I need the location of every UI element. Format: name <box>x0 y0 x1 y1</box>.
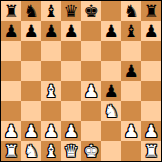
square-f8[interactable] <box>101 1 121 21</box>
piece-black-rook[interactable]: ♜ <box>3 1 18 21</box>
piece-black-rook[interactable]: ♜ <box>143 1 158 21</box>
square-g1[interactable] <box>121 141 141 161</box>
piece-white-pawn[interactable]: ♟ <box>143 121 158 141</box>
square-b6[interactable] <box>21 41 41 61</box>
square-c2[interactable]: ♟ <box>41 121 61 141</box>
piece-black-pawn[interactable]: ♟ <box>103 21 118 41</box>
square-c3[interactable] <box>41 101 61 121</box>
square-a4[interactable] <box>1 81 21 101</box>
square-h3[interactable] <box>141 101 161 121</box>
piece-white-king[interactable]: ♚ <box>83 141 98 161</box>
square-h4[interactable] <box>141 81 161 101</box>
square-h1[interactable]: ♜ <box>141 141 161 161</box>
piece-black-pawn[interactable]: ♟ <box>143 21 158 41</box>
piece-black-knight[interactable]: ♞ <box>123 1 138 21</box>
piece-black-pawn[interactable]: ♟ <box>23 21 38 41</box>
square-b4[interactable] <box>21 81 41 101</box>
square-a1[interactable]: ♜ <box>1 141 21 161</box>
square-b2[interactable]: ♟ <box>21 121 41 141</box>
square-d4[interactable] <box>61 81 81 101</box>
square-b7[interactable]: ♟ <box>21 21 41 41</box>
square-f4[interactable]: ♟ <box>101 81 121 101</box>
square-f2[interactable] <box>101 121 121 141</box>
piece-white-queen[interactable]: ♛ <box>63 141 78 161</box>
square-c7[interactable]: ♟ <box>41 21 61 41</box>
square-h8[interactable]: ♜ <box>141 1 161 21</box>
square-a5[interactable] <box>1 61 21 81</box>
square-e4[interactable]: ♟ <box>81 81 101 101</box>
piece-black-pawn[interactable]: ♟ <box>103 81 118 101</box>
chess-board: ♜♞♝♛♚♞♜♟♟♟♟♟♝♟♟♝♟♟♞♟♟♟♟♟♟♜♞♝♛♚♜ <box>1 1 161 161</box>
square-e3[interactable] <box>81 101 101 121</box>
square-b5[interactable] <box>21 61 41 81</box>
piece-black-bishop[interactable]: ♝ <box>43 1 58 21</box>
piece-black-knight[interactable]: ♞ <box>23 1 38 21</box>
square-h5[interactable] <box>141 61 161 81</box>
piece-black-pawn[interactable]: ♟ <box>123 61 138 81</box>
square-f3[interactable]: ♞ <box>101 101 121 121</box>
square-f5[interactable] <box>101 61 121 81</box>
square-d1[interactable]: ♛ <box>61 141 81 161</box>
square-a3[interactable] <box>1 101 21 121</box>
chess-board-frame: ♜♞♝♛♚♞♜♟♟♟♟♟♝♟♟♝♟♟♞♟♟♟♟♟♟♜♞♝♛♚♜ <box>0 0 162 162</box>
square-a7[interactable]: ♟ <box>1 21 21 41</box>
square-c6[interactable] <box>41 41 61 61</box>
square-c8[interactable]: ♝ <box>41 1 61 21</box>
square-d5[interactable] <box>61 61 81 81</box>
piece-black-pawn[interactable]: ♟ <box>3 21 18 41</box>
piece-white-rook[interactable]: ♜ <box>3 141 18 161</box>
square-h2[interactable]: ♟ <box>141 121 161 141</box>
square-d3[interactable] <box>61 101 81 121</box>
piece-black-queen[interactable]: ♛ <box>63 1 78 21</box>
square-g5[interactable]: ♟ <box>121 61 141 81</box>
piece-white-knight[interactable]: ♞ <box>103 101 118 121</box>
square-e7[interactable] <box>81 21 101 41</box>
square-g4[interactable] <box>121 81 141 101</box>
piece-white-rook[interactable]: ♜ <box>143 141 158 161</box>
square-h6[interactable] <box>141 41 161 61</box>
square-c4[interactable]: ♝ <box>41 81 61 101</box>
square-f6[interactable] <box>101 41 121 61</box>
square-g8[interactable]: ♞ <box>121 1 141 21</box>
square-e6[interactable] <box>81 41 101 61</box>
square-e2[interactable] <box>81 121 101 141</box>
piece-white-pawn[interactable]: ♟ <box>123 121 138 141</box>
piece-black-pawn[interactable]: ♟ <box>63 21 78 41</box>
piece-white-bishop[interactable]: ♝ <box>43 81 58 101</box>
piece-white-pawn[interactable]: ♟ <box>3 121 18 141</box>
square-a8[interactable]: ♜ <box>1 1 21 21</box>
piece-black-king[interactable]: ♚ <box>83 1 98 21</box>
square-c1[interactable]: ♝ <box>41 141 61 161</box>
piece-black-bishop[interactable]: ♝ <box>123 21 138 41</box>
square-g7[interactable]: ♝ <box>121 21 141 41</box>
square-g6[interactable] <box>121 41 141 61</box>
square-d2[interactable]: ♟ <box>61 121 81 141</box>
square-h7[interactable]: ♟ <box>141 21 161 41</box>
square-d8[interactable]: ♛ <box>61 1 81 21</box>
square-f7[interactable]: ♟ <box>101 21 121 41</box>
square-g3[interactable] <box>121 101 141 121</box>
square-g2[interactable]: ♟ <box>121 121 141 141</box>
square-a6[interactable] <box>1 41 21 61</box>
piece-white-pawn[interactable]: ♟ <box>83 81 98 101</box>
piece-black-pawn[interactable]: ♟ <box>43 21 58 41</box>
piece-white-pawn[interactable]: ♟ <box>23 121 38 141</box>
square-a2[interactable]: ♟ <box>1 121 21 141</box>
square-d7[interactable]: ♟ <box>61 21 81 41</box>
square-e1[interactable]: ♚ <box>81 141 101 161</box>
square-e5[interactable] <box>81 61 101 81</box>
piece-white-pawn[interactable]: ♟ <box>43 121 58 141</box>
piece-white-bishop[interactable]: ♝ <box>43 141 58 161</box>
square-e8[interactable]: ♚ <box>81 1 101 21</box>
square-b8[interactable]: ♞ <box>21 1 41 21</box>
square-f1[interactable] <box>101 141 121 161</box>
square-c5[interactable] <box>41 61 61 81</box>
square-b3[interactable] <box>21 101 41 121</box>
square-d6[interactable] <box>61 41 81 61</box>
piece-white-pawn[interactable]: ♟ <box>63 121 78 141</box>
piece-white-knight[interactable]: ♞ <box>23 141 38 161</box>
square-b1[interactable]: ♞ <box>21 141 41 161</box>
